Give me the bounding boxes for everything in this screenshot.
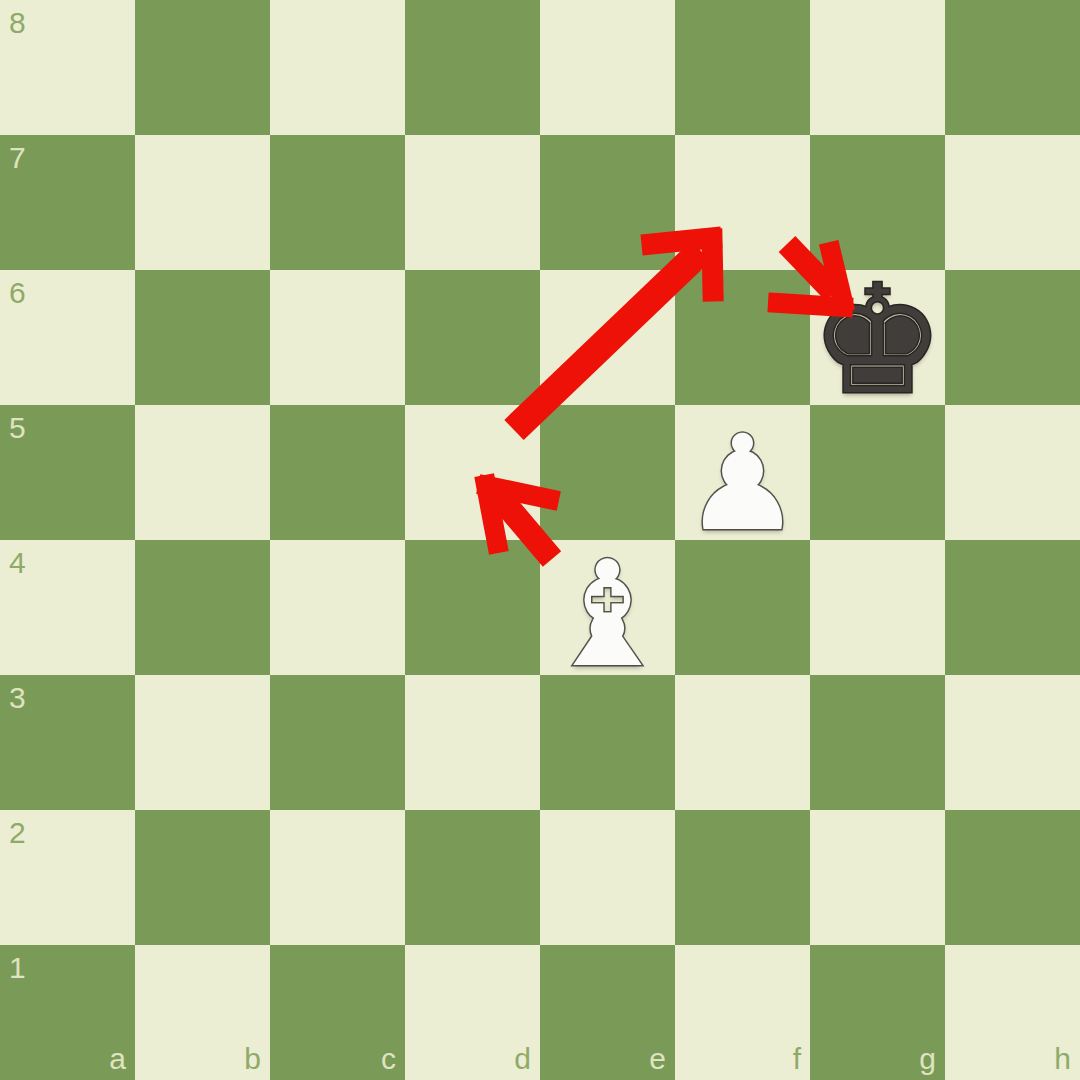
square-b5[interactable] xyxy=(135,405,270,540)
square-h3[interactable] xyxy=(945,675,1080,810)
square-d5[interactable] xyxy=(405,405,540,540)
square-f8[interactable] xyxy=(675,0,810,135)
file-label-e: e xyxy=(649,1044,666,1074)
square-e1[interactable]: e xyxy=(540,945,675,1080)
square-h5[interactable] xyxy=(945,405,1080,540)
file-label-g: g xyxy=(919,1044,936,1074)
square-b2[interactable] xyxy=(135,810,270,945)
chess-board: 87654321abcdefgh♚♟♝ xyxy=(0,0,1080,1080)
square-e7[interactable] xyxy=(540,135,675,270)
square-h7[interactable] xyxy=(945,135,1080,270)
rank-label-5: 5 xyxy=(9,413,26,443)
square-c6[interactable] xyxy=(270,270,405,405)
square-f7[interactable] xyxy=(675,135,810,270)
square-h1[interactable]: h xyxy=(945,945,1080,1080)
white-bishop-e4[interactable]: ♝ xyxy=(540,546,675,681)
square-g8[interactable] xyxy=(810,0,945,135)
square-f3[interactable] xyxy=(675,675,810,810)
square-g3[interactable] xyxy=(810,675,945,810)
square-h4[interactable] xyxy=(945,540,1080,675)
square-c8[interactable] xyxy=(270,0,405,135)
rank-label-3: 3 xyxy=(9,683,26,713)
square-h6[interactable] xyxy=(945,270,1080,405)
file-label-b: b xyxy=(244,1044,261,1074)
square-b1[interactable]: b xyxy=(135,945,270,1080)
file-label-h: h xyxy=(1054,1044,1071,1074)
square-d1[interactable]: d xyxy=(405,945,540,1080)
file-label-f: f xyxy=(793,1044,801,1074)
square-h2[interactable] xyxy=(945,810,1080,945)
square-a1[interactable]: 1a xyxy=(0,945,135,1080)
square-d8[interactable] xyxy=(405,0,540,135)
square-f6[interactable] xyxy=(675,270,810,405)
rank-label-6: 6 xyxy=(9,278,26,308)
square-f2[interactable] xyxy=(675,810,810,945)
square-e2[interactable] xyxy=(540,810,675,945)
white-pawn-f5[interactable]: ♟ xyxy=(675,415,810,550)
rank-label-4: 4 xyxy=(9,548,26,578)
square-b8[interactable] xyxy=(135,0,270,135)
square-d6[interactable] xyxy=(405,270,540,405)
square-b7[interactable] xyxy=(135,135,270,270)
square-c5[interactable] xyxy=(270,405,405,540)
file-label-d: d xyxy=(514,1044,531,1074)
square-a2[interactable]: 2 xyxy=(0,810,135,945)
square-a6[interactable]: 6 xyxy=(0,270,135,405)
square-c3[interactable] xyxy=(270,675,405,810)
square-c2[interactable] xyxy=(270,810,405,945)
square-g2[interactable] xyxy=(810,810,945,945)
square-e8[interactable] xyxy=(540,0,675,135)
square-b3[interactable] xyxy=(135,675,270,810)
file-label-a: a xyxy=(109,1044,126,1074)
square-a3[interactable]: 3 xyxy=(0,675,135,810)
square-d3[interactable] xyxy=(405,675,540,810)
black-king-g6[interactable]: ♚ xyxy=(810,272,945,407)
square-a8[interactable]: 8 xyxy=(0,0,135,135)
square-e5[interactable] xyxy=(540,405,675,540)
file-label-c: c xyxy=(381,1044,396,1074)
square-d4[interactable] xyxy=(405,540,540,675)
square-a7[interactable]: 7 xyxy=(0,135,135,270)
square-b4[interactable] xyxy=(135,540,270,675)
square-g1[interactable]: g xyxy=(810,945,945,1080)
square-f4[interactable] xyxy=(675,540,810,675)
rank-label-1: 1 xyxy=(9,953,26,983)
square-f1[interactable]: f xyxy=(675,945,810,1080)
rank-label-8: 8 xyxy=(9,8,26,38)
square-g4[interactable] xyxy=(810,540,945,675)
square-c4[interactable] xyxy=(270,540,405,675)
square-a4[interactable]: 4 xyxy=(0,540,135,675)
square-e6[interactable] xyxy=(540,270,675,405)
square-g7[interactable] xyxy=(810,135,945,270)
square-d7[interactable] xyxy=(405,135,540,270)
square-d2[interactable] xyxy=(405,810,540,945)
square-h8[interactable] xyxy=(945,0,1080,135)
square-c7[interactable] xyxy=(270,135,405,270)
square-a5[interactable]: 5 xyxy=(0,405,135,540)
rank-label-7: 7 xyxy=(9,143,26,173)
square-b6[interactable] xyxy=(135,270,270,405)
rank-label-2: 2 xyxy=(9,818,26,848)
square-c1[interactable]: c xyxy=(270,945,405,1080)
